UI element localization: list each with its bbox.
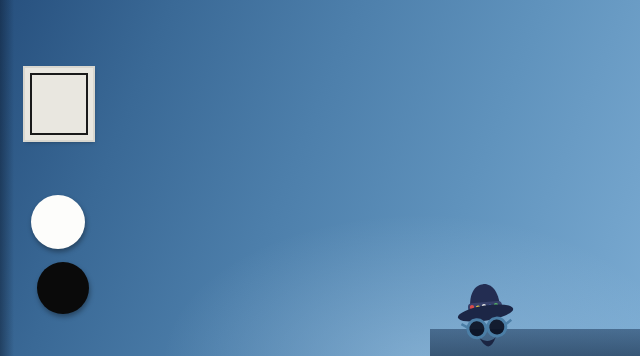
seal-char bbox=[59, 104, 86, 133]
hat-avatar-icon bbox=[454, 280, 518, 356]
seal-stamp bbox=[25, 68, 93, 140]
file-numbers-bottom bbox=[193, 331, 443, 349]
pieces-layer bbox=[193, 33, 443, 318]
file-numbers-top bbox=[193, 8, 443, 26]
red-pawn-badge bbox=[31, 195, 85, 249]
xiangqi-endgame-screenshot: { "game": "xiangqi", "position": { "fen"… bbox=[0, 0, 640, 356]
seal-char bbox=[32, 104, 59, 133]
seal-char bbox=[32, 75, 59, 104]
black-pawn-badge bbox=[37, 262, 89, 314]
seal-stamp-border bbox=[30, 73, 88, 135]
seal-char bbox=[59, 75, 86, 104]
